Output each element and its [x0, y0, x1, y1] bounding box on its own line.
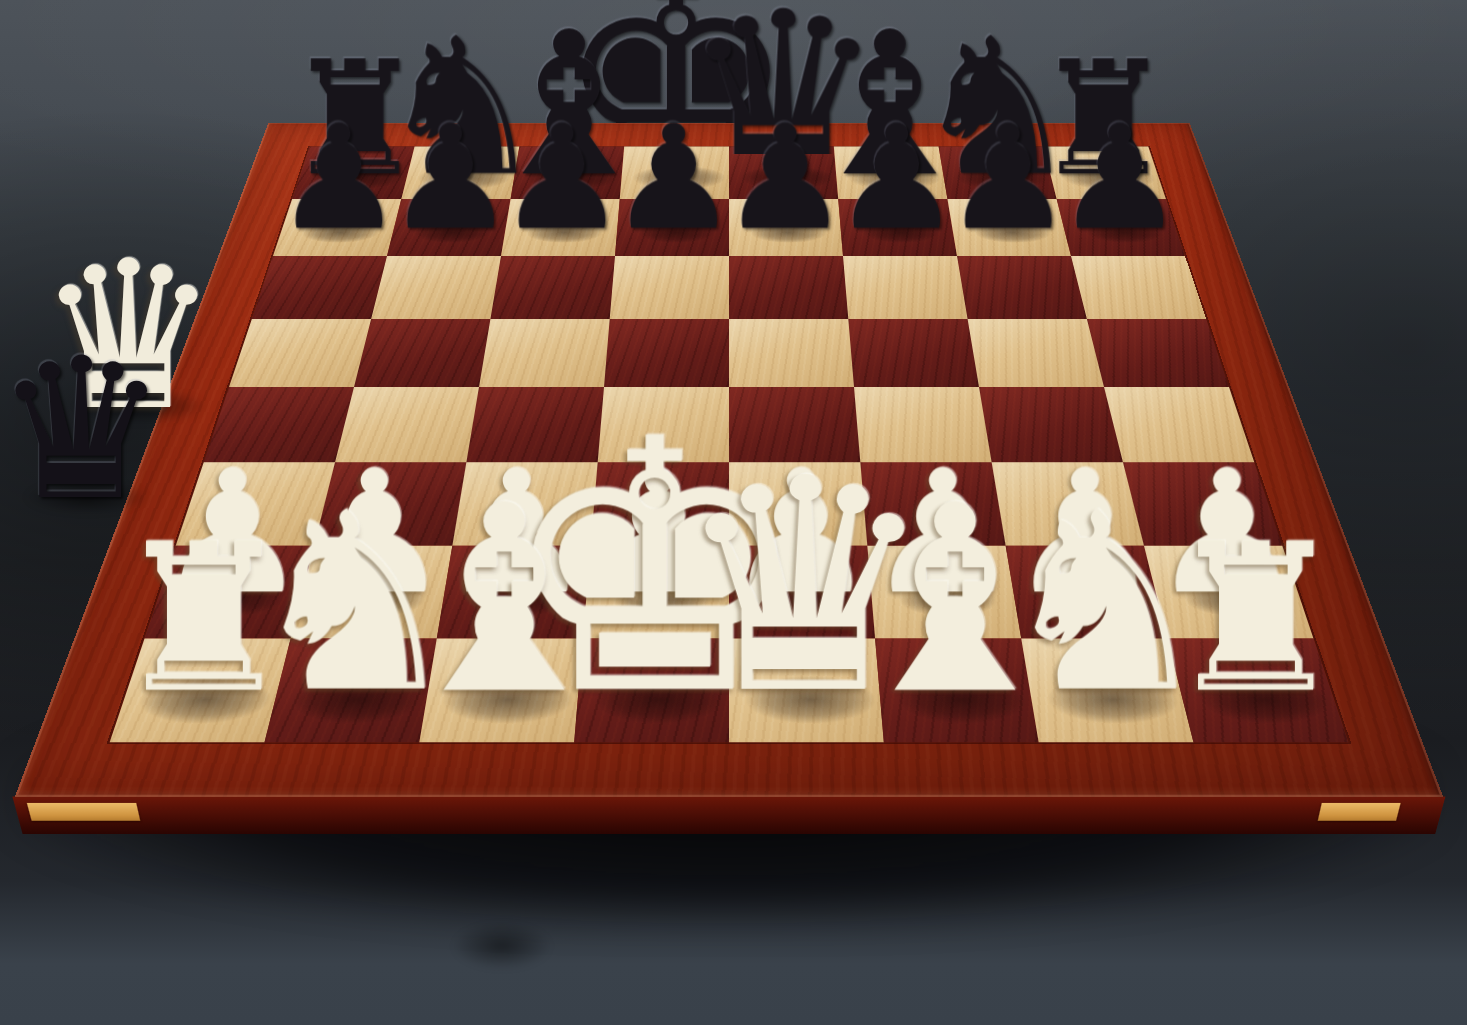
square-f5[interactable]: [848, 319, 979, 387]
square-b6[interactable]: [371, 256, 501, 318]
square-c6[interactable]: [490, 256, 614, 318]
spare-black-queen[interactable]: ♛: [0, 332, 169, 527]
square-f7[interactable]: ♟: [838, 199, 957, 256]
square-d7[interactable]: ♟: [615, 199, 729, 256]
square-f6[interactable]: [843, 256, 967, 318]
square-g7[interactable]: ♟: [947, 199, 1071, 256]
square-e6[interactable]: [729, 256, 848, 318]
square-a6[interactable]: [252, 256, 387, 318]
scene: ♜♞♝♚♛♝♞♜♟♟♟♟♟♟♟♟♟♟♟♟♟♟♟♟♜♞♝♚♛♝♞♜: [0, 0, 1467, 1025]
board-frame: ♜♞♝♚♛♝♞♜♟♟♟♟♟♟♟♟♟♟♟♟♟♟♟♟♜♞♝♚♛♝♞♜: [15, 123, 1443, 797]
chess-board: ♜♞♝♚♛♝♞♜♟♟♟♟♟♟♟♟♟♟♟♟♟♟♟♟♜♞♝♚♛♝♞♜: [15, 123, 1443, 797]
chess-board-grid: ♜♞♝♚♛♝♞♜♟♟♟♟♟♟♟♟♟♟♟♟♟♟♟♟♜♞♝♚♛♝♞♜: [110, 147, 1349, 743]
square-g6[interactable]: [957, 256, 1087, 318]
square-c1[interactable]: ♝: [419, 638, 583, 742]
corner-inlay-left: [27, 803, 140, 821]
square-b5[interactable]: [354, 319, 490, 387]
square-b7[interactable]: ♟: [387, 199, 511, 256]
square-a7[interactable]: ♟: [273, 199, 401, 256]
square-h7[interactable]: ♟: [1057, 199, 1185, 256]
square-e7[interactable]: ♟: [729, 199, 843, 256]
square-h6[interactable]: [1071, 256, 1206, 318]
square-f1[interactable]: ♝: [875, 638, 1039, 742]
corner-inlay-right: [1318, 803, 1401, 821]
square-d6[interactable]: [610, 256, 729, 318]
square-c7[interactable]: ♟: [501, 199, 620, 256]
square-g5[interactable]: [968, 319, 1104, 387]
square-a1[interactable]: ♜: [110, 638, 291, 742]
table-surface: ♜♞♝♚♛♝♞♜♟♟♟♟♟♟♟♟♟♟♟♟♟♟♟♟♜♞♝♚♛♝♞♜ ♛ ♛: [0, 0, 1467, 1025]
square-h5[interactable]: [1087, 319, 1229, 387]
square-a5[interactable]: [229, 319, 371, 387]
square-h1[interactable]: ♜: [1167, 638, 1348, 742]
board-front-edge: [12, 797, 1445, 834]
